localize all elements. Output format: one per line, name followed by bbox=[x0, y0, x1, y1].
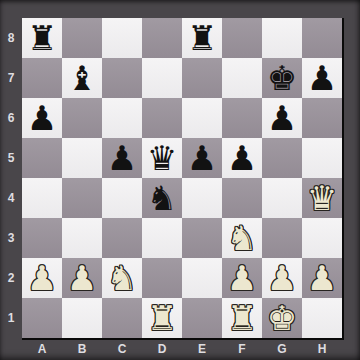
square-f3[interactable]: ♞ bbox=[222, 218, 262, 258]
piece-black-pawn[interactable]: ♟ bbox=[227, 138, 257, 178]
square-e3[interactable] bbox=[182, 218, 222, 258]
rank-label-1: 1 bbox=[0, 298, 22, 338]
piece-white-king[interactable]: ♚ bbox=[267, 298, 297, 338]
square-c1[interactable] bbox=[102, 298, 142, 338]
chess-board: ♜♜♝♚♟♟♟♟♛♟♟♞♛♞♟♟♞♟♟♟♜♜♚ bbox=[22, 18, 344, 340]
square-e4[interactable] bbox=[182, 178, 222, 218]
square-e6[interactable] bbox=[182, 98, 222, 138]
square-h8[interactable] bbox=[302, 18, 342, 58]
square-a8[interactable]: ♜ bbox=[22, 18, 62, 58]
square-g2[interactable]: ♟ bbox=[262, 258, 302, 298]
square-e2[interactable] bbox=[182, 258, 222, 298]
square-g3[interactable] bbox=[262, 218, 302, 258]
square-d2[interactable] bbox=[142, 258, 182, 298]
square-b8[interactable] bbox=[62, 18, 102, 58]
square-b2[interactable]: ♟ bbox=[62, 258, 102, 298]
file-label-a: A bbox=[22, 340, 62, 360]
square-h5[interactable] bbox=[302, 138, 342, 178]
square-d8[interactable] bbox=[142, 18, 182, 58]
piece-white-pawn[interactable]: ♟ bbox=[307, 258, 337, 298]
file-label-f: F bbox=[222, 340, 262, 360]
square-b5[interactable] bbox=[62, 138, 102, 178]
piece-white-rook[interactable]: ♜ bbox=[147, 298, 177, 338]
square-d1[interactable]: ♜ bbox=[142, 298, 182, 338]
square-f8[interactable] bbox=[222, 18, 262, 58]
rank-label-6: 6 bbox=[0, 98, 22, 138]
square-e7[interactable] bbox=[182, 58, 222, 98]
square-h1[interactable] bbox=[302, 298, 342, 338]
square-f1[interactable]: ♜ bbox=[222, 298, 262, 338]
square-f5[interactable]: ♟ bbox=[222, 138, 262, 178]
square-h7[interactable]: ♟ bbox=[302, 58, 342, 98]
piece-black-queen[interactable]: ♛ bbox=[147, 138, 177, 178]
square-c5[interactable]: ♟ bbox=[102, 138, 142, 178]
square-g8[interactable] bbox=[262, 18, 302, 58]
square-a6[interactable]: ♟ bbox=[22, 98, 62, 138]
square-b7[interactable]: ♝ bbox=[62, 58, 102, 98]
rank-label-7: 7 bbox=[0, 58, 22, 98]
board-frame: ♜♜♝♚♟♟♟♟♛♟♟♞♛♞♟♟♞♟♟♟♜♜♚ 87654321ABCDEFGH bbox=[0, 0, 360, 360]
square-f4[interactable] bbox=[222, 178, 262, 218]
square-b6[interactable] bbox=[62, 98, 102, 138]
square-b4[interactable] bbox=[62, 178, 102, 218]
square-e1[interactable] bbox=[182, 298, 222, 338]
square-c3[interactable] bbox=[102, 218, 142, 258]
square-e5[interactable]: ♟ bbox=[182, 138, 222, 178]
square-f2[interactable]: ♟ bbox=[222, 258, 262, 298]
file-label-c: C bbox=[102, 340, 142, 360]
square-d3[interactable] bbox=[142, 218, 182, 258]
piece-black-rook[interactable]: ♜ bbox=[187, 18, 217, 58]
piece-black-rook[interactable]: ♜ bbox=[27, 18, 57, 58]
piece-black-knight[interactable]: ♞ bbox=[147, 178, 177, 218]
square-c2[interactable]: ♞ bbox=[102, 258, 142, 298]
square-b1[interactable] bbox=[62, 298, 102, 338]
piece-white-queen[interactable]: ♛ bbox=[307, 178, 337, 218]
file-label-b: B bbox=[62, 340, 102, 360]
square-h4[interactable]: ♛ bbox=[302, 178, 342, 218]
square-d7[interactable] bbox=[142, 58, 182, 98]
piece-black-pawn[interactable]: ♟ bbox=[267, 98, 297, 138]
square-f6[interactable] bbox=[222, 98, 262, 138]
file-label-d: D bbox=[142, 340, 182, 360]
piece-white-pawn[interactable]: ♟ bbox=[227, 258, 257, 298]
rank-label-2: 2 bbox=[0, 258, 22, 298]
square-g4[interactable] bbox=[262, 178, 302, 218]
file-label-g: G bbox=[262, 340, 302, 360]
piece-white-pawn[interactable]: ♟ bbox=[267, 258, 297, 298]
rank-label-4: 4 bbox=[0, 178, 22, 218]
square-a7[interactable] bbox=[22, 58, 62, 98]
piece-black-pawn[interactable]: ♟ bbox=[307, 58, 337, 98]
piece-black-pawn[interactable]: ♟ bbox=[27, 98, 57, 138]
square-h6[interactable] bbox=[302, 98, 342, 138]
square-d5[interactable]: ♛ bbox=[142, 138, 182, 178]
square-c7[interactable] bbox=[102, 58, 142, 98]
square-a1[interactable] bbox=[22, 298, 62, 338]
square-f7[interactable] bbox=[222, 58, 262, 98]
piece-white-pawn[interactable]: ♟ bbox=[27, 258, 57, 298]
square-c8[interactable] bbox=[102, 18, 142, 58]
square-h3[interactable] bbox=[302, 218, 342, 258]
piece-white-knight[interactable]: ♞ bbox=[107, 258, 137, 298]
square-d4[interactable]: ♞ bbox=[142, 178, 182, 218]
square-g5[interactable] bbox=[262, 138, 302, 178]
file-label-h: H bbox=[302, 340, 342, 360]
piece-black-bishop[interactable]: ♝ bbox=[67, 58, 97, 98]
square-h2[interactable]: ♟ bbox=[302, 258, 342, 298]
square-b3[interactable] bbox=[62, 218, 102, 258]
square-d6[interactable] bbox=[142, 98, 182, 138]
piece-white-rook[interactable]: ♜ bbox=[227, 298, 257, 338]
square-g6[interactable]: ♟ bbox=[262, 98, 302, 138]
square-g7[interactable]: ♚ bbox=[262, 58, 302, 98]
rank-label-3: 3 bbox=[0, 218, 22, 258]
piece-black-pawn[interactable]: ♟ bbox=[187, 138, 217, 178]
piece-white-knight[interactable]: ♞ bbox=[227, 218, 257, 258]
piece-black-king[interactable]: ♚ bbox=[267, 58, 297, 98]
square-a3[interactable] bbox=[22, 218, 62, 258]
square-a2[interactable]: ♟ bbox=[22, 258, 62, 298]
rank-label-5: 5 bbox=[0, 138, 22, 178]
square-a5[interactable] bbox=[22, 138, 62, 178]
piece-black-pawn[interactable]: ♟ bbox=[107, 138, 137, 178]
file-label-e: E bbox=[182, 340, 222, 360]
square-g1[interactable]: ♚ bbox=[262, 298, 302, 338]
rank-label-8: 8 bbox=[0, 18, 22, 58]
piece-white-pawn[interactable]: ♟ bbox=[67, 258, 97, 298]
square-e8[interactable]: ♜ bbox=[182, 18, 222, 58]
square-c6[interactable] bbox=[102, 98, 142, 138]
square-c4[interactable] bbox=[102, 178, 142, 218]
square-a4[interactable] bbox=[22, 178, 62, 218]
